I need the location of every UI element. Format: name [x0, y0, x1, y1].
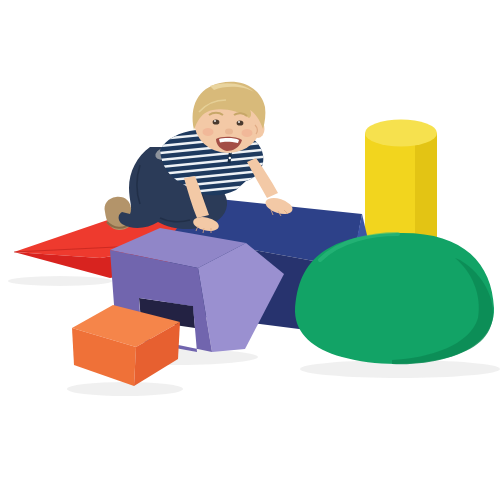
- toddler-cheek-left: [203, 128, 214, 136]
- product-photo: [0, 0, 500, 500]
- toddler-eye-right: [237, 120, 244, 125]
- toddler-nose: [225, 129, 233, 135]
- shadow-under-red: [8, 276, 112, 286]
- yellow-cylinder-top: [365, 120, 437, 147]
- eye-highlight: [238, 121, 240, 123]
- toddler-eye-left: [213, 119, 220, 124]
- shadow-under-orange: [67, 382, 183, 396]
- foam-climber-scene: [0, 0, 500, 500]
- shirt-button: [229, 157, 231, 159]
- toddler-cheek-right: [242, 129, 253, 137]
- green-half-cylinder: [295, 233, 494, 364]
- eye-highlight: [214, 120, 216, 122]
